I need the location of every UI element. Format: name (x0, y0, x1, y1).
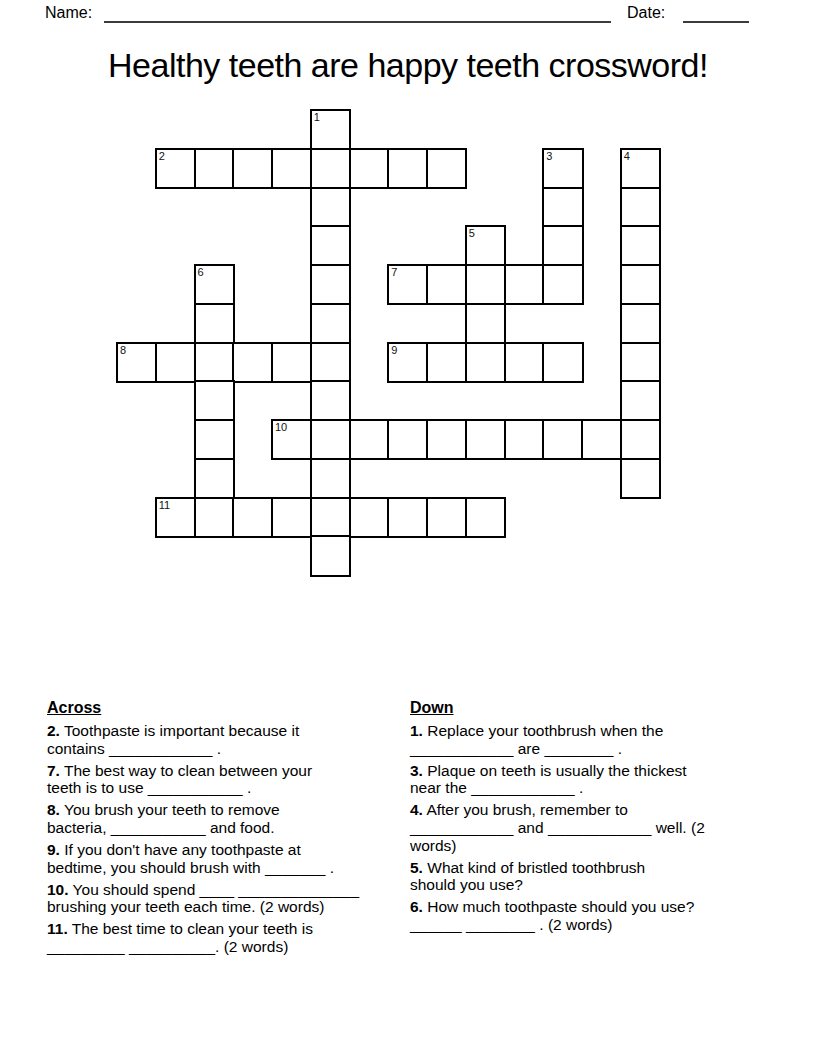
down-clue-list: 1. Replace your toothbrush when the ____… (410, 722, 770, 934)
grid-cell-r6c3[interactable] (232, 342, 273, 383)
clue-across-7: 7. The best way to clean between your te… (47, 762, 399, 797)
grid-cell-r0c5[interactable]: 1 (310, 109, 351, 150)
clue-number-label: 11. (47, 920, 68, 937)
grid-cell-r1c2[interactable] (194, 148, 235, 189)
grid-cell-r7c2[interactable] (194, 380, 235, 421)
cell-number: 5 (469, 227, 475, 239)
clue-across-8: 8. You brush your teeth to remove bacter… (47, 801, 399, 836)
grid-cell-r6c5[interactable] (310, 342, 351, 383)
grid-cell-r1c3[interactable] (232, 148, 273, 189)
grid-cell-r10c9[interactable] (465, 497, 506, 538)
cell-number: 4 (624, 150, 630, 162)
clue-down-3: 3. Plaque on teeth is usually the thicke… (410, 762, 770, 797)
grid-cell-r11c5[interactable] (310, 535, 351, 576)
grid-cell-r4c13[interactable] (620, 264, 661, 305)
name-label: Name: (45, 4, 92, 22)
clue-across-9: 9. If you don't have any toothpaste at b… (47, 841, 399, 876)
grid-cell-r3c13[interactable] (620, 225, 661, 266)
clue-text: You should spend ____ ______________ bru… (47, 881, 359, 916)
grid-cell-r1c6[interactable] (349, 148, 390, 189)
grid-cell-r1c13[interactable]: 4 (620, 148, 661, 189)
grid-cell-r9c13[interactable] (620, 458, 661, 499)
grid-cell-r4c8[interactable] (426, 264, 467, 305)
grid-cell-r8c6[interactable] (349, 419, 390, 460)
grid-cell-r10c1[interactable]: 11 (155, 497, 196, 538)
grid-cell-r7c13[interactable] (620, 380, 661, 421)
grid-cell-r10c8[interactable] (426, 497, 467, 538)
grid-cell-r8c2[interactable] (194, 419, 235, 460)
clue-down-5: 5. What kind of bristled toothbrush shou… (410, 859, 770, 894)
clue-number-label: 9. (47, 841, 60, 858)
grid-cell-r5c13[interactable] (620, 303, 661, 344)
clue-number-label: 5. (410, 859, 423, 876)
grid-cell-r6c11[interactable] (542, 342, 583, 383)
clue-text: After you brush, remember to ___________… (410, 801, 705, 853)
grid-cell-r10c4[interactable] (271, 497, 312, 538)
grid-cell-r8c11[interactable] (542, 419, 583, 460)
grid-cell-r9c2[interactable] (194, 458, 235, 499)
grid-cell-r1c11[interactable]: 3 (542, 148, 583, 189)
across-heading: Across (47, 699, 399, 716)
across-section: Across 2. Toothpaste is important becaus… (47, 699, 399, 960)
grid-cell-r1c4[interactable] (271, 148, 312, 189)
clue-number-label: 8. (47, 801, 60, 818)
clue-across-11: 11. The best time to clean your teeth is… (47, 920, 399, 955)
grid-cell-r2c11[interactable] (542, 187, 583, 228)
grid-cell-r8c8[interactable] (426, 419, 467, 460)
grid-cell-r6c10[interactable] (504, 342, 545, 383)
grid-cell-r1c1[interactable]: 2 (155, 148, 196, 189)
cell-number: 7 (391, 266, 397, 278)
grid-cell-r6c0[interactable]: 8 (116, 342, 157, 383)
grid-cell-r6c13[interactable] (620, 342, 661, 383)
clue-number-label: 6. (410, 898, 423, 915)
clue-number-label: 10. (47, 881, 69, 898)
grid-cell-r4c11[interactable] (542, 264, 583, 305)
clue-text: Replace your toothbrush when the _______… (410, 722, 663, 757)
clue-number-label: 1. (410, 722, 423, 739)
grid-cell-r9c5[interactable] (310, 458, 351, 499)
grid-cell-r8c5[interactable] (310, 419, 351, 460)
grid-cell-r3c9[interactable]: 5 (465, 225, 506, 266)
grid-cell-r7c5[interactable] (310, 380, 351, 421)
cell-number: 8 (120, 344, 126, 356)
cell-number: 1 (314, 111, 320, 123)
clue-text: The best time to clean your teeth is ___… (47, 920, 313, 955)
grid-cell-r3c5[interactable] (310, 225, 351, 266)
across-clue-list: 2. Toothpaste is important because it co… (47, 722, 399, 956)
clue-number-label: 7. (47, 762, 60, 779)
grid-cell-r6c2[interactable] (194, 342, 235, 383)
clue-text: Plaque on teeth is usually the thickest … (410, 762, 687, 797)
clue-text: What kind of bristled toothbrush should … (410, 859, 645, 894)
grid-cell-r6c9[interactable] (465, 342, 506, 383)
grid-cell-r4c5[interactable] (310, 264, 351, 305)
grid-cell-r6c4[interactable] (271, 342, 312, 383)
grid-cell-r10c7[interactable] (387, 497, 428, 538)
down-heading: Down (410, 699, 770, 716)
clue-down-1: 1. Replace your toothbrush when the ____… (410, 722, 770, 757)
grid-cell-r1c7[interactable] (387, 148, 428, 189)
grid-cell-r2c5[interactable] (310, 187, 351, 228)
grid-cell-r4c2[interactable]: 6 (194, 264, 235, 305)
grid-cell-r6c7[interactable]: 9 (387, 342, 428, 383)
clue-across-10: 10. You should spend ____ ______________… (47, 881, 399, 916)
grid-cell-r5c5[interactable] (310, 303, 351, 344)
cell-number: 2 (159, 150, 165, 162)
name-blank-field[interactable] (104, 4, 611, 23)
cell-number: 6 (198, 266, 204, 278)
grid-cell-r8c4[interactable]: 10 (271, 419, 312, 460)
crossword-board: 1234567891011 (116, 109, 664, 579)
clue-text: How much toothpaste should you use? ____… (410, 898, 694, 933)
grid-cell-r10c5[interactable] (310, 497, 351, 538)
clue-text: You brush your teeth to remove bacteria,… (47, 801, 280, 836)
grid-cell-r4c7[interactable]: 7 (387, 264, 428, 305)
grid-cell-r8c7[interactable] (387, 419, 428, 460)
grid-cell-r1c8[interactable] (426, 148, 467, 189)
grid-cell-r6c1[interactable] (155, 342, 196, 383)
down-section: Down 1. Replace your toothbrush when the… (410, 699, 770, 938)
grid-cell-r5c2[interactable] (194, 303, 235, 344)
clue-number-label: 2. (47, 722, 60, 739)
cell-number: 9 (391, 344, 397, 356)
clue-number-label: 3. (410, 762, 423, 779)
cell-number: 11 (159, 499, 170, 511)
grid-cell-r10c3[interactable] (232, 497, 273, 538)
grid-cell-r5c9[interactable] (465, 303, 506, 344)
cell-number: 10 (275, 421, 287, 433)
grid-cell-r8c10[interactable] (504, 419, 545, 460)
date-label: Date: (627, 4, 665, 22)
clue-text: If you don't have any toothpaste at bedt… (47, 841, 334, 876)
clue-text: Toothpaste is important because it conta… (47, 722, 299, 757)
grid-cell-r10c2[interactable] (194, 497, 235, 538)
clue-number-label: 4. (410, 801, 423, 818)
grid-cell-r4c10[interactable] (504, 264, 545, 305)
grid-cell-r6c8[interactable] (426, 342, 467, 383)
clue-text: The best way to clean between your teeth… (47, 762, 312, 797)
grid-cell-r3c11[interactable] (542, 225, 583, 266)
grid-cell-r10c6[interactable] (349, 497, 390, 538)
cell-number: 3 (546, 150, 552, 162)
grid-cell-r8c12[interactable] (581, 419, 622, 460)
clue-down-4: 4. After you brush, remember to ________… (410, 801, 770, 854)
grid-cell-r1c5[interactable] (310, 148, 351, 189)
grid-cell-r2c13[interactable] (620, 187, 661, 228)
page-title: Healthy teeth are happy teeth crossword! (0, 46, 816, 84)
clue-down-6: 6. How much toothpaste should you use? _… (410, 898, 770, 933)
grid-cell-r4c9[interactable] (465, 264, 506, 305)
grid-cell-r8c9[interactable] (465, 419, 506, 460)
date-blank-field[interactable] (683, 4, 749, 23)
clue-across-2: 2. Toothpaste is important because it co… (47, 722, 399, 757)
grid-cell-r8c13[interactable] (620, 419, 661, 460)
